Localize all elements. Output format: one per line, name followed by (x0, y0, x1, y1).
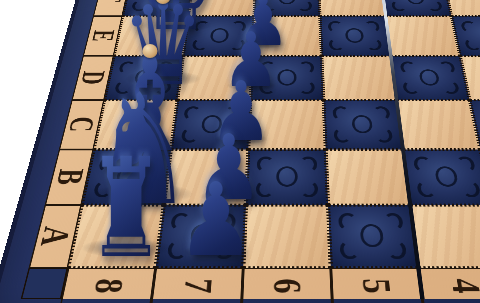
square-d4[interactable] (391, 56, 470, 100)
rank-label-4: 4 (418, 268, 480, 303)
square-b5[interactable] (326, 150, 411, 206)
square-a4[interactable] (410, 205, 480, 268)
chess-set-photo: HGFEDCBA 87654321 ♜♞♝♛♚♟♟♟♟♟ (0, 0, 480, 303)
frame-corner (21, 268, 68, 299)
rank-label-text: 7 (175, 278, 220, 293)
square-ornament (387, 0, 445, 13)
square-a5[interactable] (328, 205, 418, 268)
square-d5[interactable] (322, 56, 397, 100)
square-b4[interactable] (403, 150, 480, 206)
pawn-glyph: ♟ (157, 170, 276, 271)
rank-label-6: 6 (242, 268, 333, 303)
square-ornament (411, 154, 480, 199)
square-ornament (398, 60, 462, 96)
square-ornament (458, 20, 480, 53)
square-e4[interactable] (386, 16, 460, 56)
piece-pawn-a7[interactable]: ♟ (146, 178, 286, 252)
rank-label-text: 6 (265, 278, 309, 293)
square-ornament (336, 211, 410, 262)
square-c5[interactable] (324, 100, 403, 149)
square-ornament (330, 104, 395, 144)
square-ornament (326, 20, 384, 53)
square-f4[interactable] (381, 0, 451, 16)
rank-label-text: 4 (442, 278, 480, 293)
rank-label-text: 5 (354, 278, 399, 293)
square-c4[interactable] (397, 100, 480, 149)
rank-label-5: 5 (331, 268, 423, 303)
bishop-finial-ball (143, 44, 158, 58)
